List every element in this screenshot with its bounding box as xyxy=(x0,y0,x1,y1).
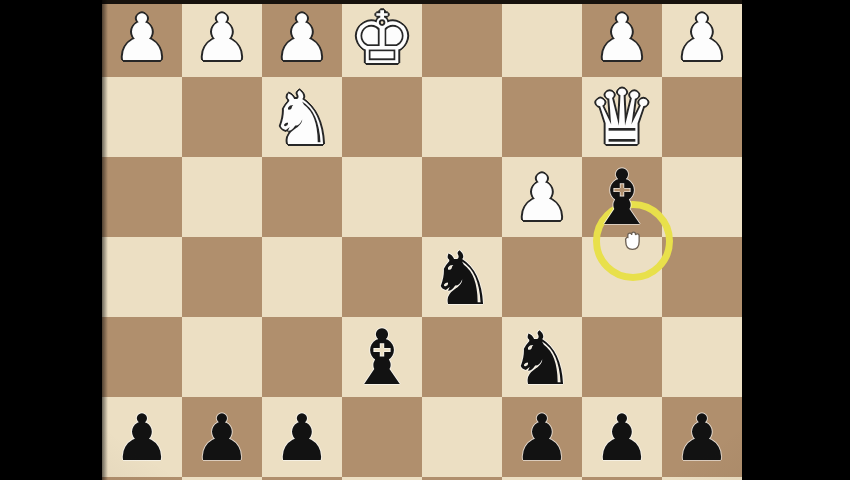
square-h2[interactable]: ♟ xyxy=(102,0,182,77)
square-c2[interactable] xyxy=(502,0,582,77)
piece-black-bishop-b4[interactable]: ♝ xyxy=(588,160,656,236)
chess-board[interactable]: ♟♟♟♚♟♟♞♛♟♝♞♝♞♟♟♟♟♟♟ xyxy=(102,0,742,480)
square-c4[interactable]: ♟ xyxy=(502,157,582,237)
piece-white-pawn-f2[interactable]: ♟ xyxy=(273,6,330,70)
piece-black-pawn-h7[interactable]: ♟ xyxy=(113,406,170,470)
square-b7[interactable]: ♟ xyxy=(582,397,662,477)
square-e3[interactable] xyxy=(342,77,422,157)
piece-white-queen-b3[interactable]: ♛ xyxy=(588,80,656,156)
square-d2[interactable] xyxy=(422,0,502,77)
square-e6[interactable]: ♝ xyxy=(342,317,422,397)
piece-white-pawn-h2[interactable]: ♟ xyxy=(113,6,170,70)
square-e7[interactable] xyxy=(342,397,422,477)
square-d5[interactable]: ♞ xyxy=(422,237,502,317)
square-g4[interactable] xyxy=(182,157,262,237)
square-h4[interactable] xyxy=(102,157,182,237)
square-b6[interactable] xyxy=(582,317,662,397)
piece-white-pawn-a2[interactable]: ♟ xyxy=(673,6,730,70)
square-a5[interactable] xyxy=(662,237,742,317)
square-h7[interactable]: ♟ xyxy=(102,397,182,477)
square-g6[interactable] xyxy=(182,317,262,397)
piece-white-pawn-c4[interactable]: ♟ xyxy=(513,166,570,230)
square-h3[interactable] xyxy=(102,77,182,157)
square-e5[interactable] xyxy=(342,237,422,317)
square-f7[interactable]: ♟ xyxy=(262,397,342,477)
square-g7[interactable]: ♟ xyxy=(182,397,262,477)
square-a7[interactable]: ♟ xyxy=(662,397,742,477)
piece-black-bishop-e6[interactable]: ♝ xyxy=(348,320,416,396)
square-a6[interactable] xyxy=(662,317,742,397)
square-b3[interactable]: ♛ xyxy=(582,77,662,157)
piece-black-knight-d5[interactable]: ♞ xyxy=(429,241,495,315)
square-c5[interactable] xyxy=(502,237,582,317)
piece-white-pawn-g2[interactable]: ♟ xyxy=(193,6,250,70)
square-f4[interactable] xyxy=(262,157,342,237)
letterbox-right xyxy=(742,0,850,480)
top-border-line xyxy=(102,0,742,4)
board-left-edge-shade xyxy=(102,0,108,480)
piece-black-pawn-b7[interactable]: ♟ xyxy=(593,406,650,470)
piece-black-pawn-a7[interactable]: ♟ xyxy=(673,406,730,470)
square-g3[interactable] xyxy=(182,77,262,157)
piece-black-pawn-c7[interactable]: ♟ xyxy=(513,406,570,470)
square-b4[interactable]: ♝ xyxy=(582,157,662,237)
square-g5[interactable] xyxy=(182,237,262,317)
square-f2[interactable]: ♟ xyxy=(262,0,342,77)
square-d4[interactable] xyxy=(422,157,502,237)
square-f5[interactable] xyxy=(262,237,342,317)
square-c6[interactable]: ♞ xyxy=(502,317,582,397)
square-c7[interactable]: ♟ xyxy=(502,397,582,477)
grab-hand-cursor-icon xyxy=(622,227,644,254)
video-frame: ♟♟♟♚♟♟♞♛♟♝♞♝♞♟♟♟♟♟♟ xyxy=(0,0,850,480)
square-d6[interactable] xyxy=(422,317,502,397)
piece-white-king-e2[interactable]: ♚ xyxy=(350,2,415,74)
square-e2[interactable]: ♚ xyxy=(342,0,422,77)
square-f6[interactable] xyxy=(262,317,342,397)
square-g2[interactable]: ♟ xyxy=(182,0,262,77)
square-h6[interactable] xyxy=(102,317,182,397)
square-e4[interactable] xyxy=(342,157,422,237)
square-c3[interactable] xyxy=(502,77,582,157)
square-a4[interactable] xyxy=(662,157,742,237)
square-b2[interactable]: ♟ xyxy=(582,0,662,77)
letterbox-left xyxy=(0,0,102,480)
square-h5[interactable] xyxy=(102,237,182,317)
piece-black-pawn-g7[interactable]: ♟ xyxy=(193,406,250,470)
square-d3[interactable] xyxy=(422,77,502,157)
square-f3[interactable]: ♞ xyxy=(262,77,342,157)
piece-white-knight-f3[interactable]: ♞ xyxy=(269,81,335,155)
piece-black-pawn-f7[interactable]: ♟ xyxy=(273,406,330,470)
square-a3[interactable] xyxy=(662,77,742,157)
piece-black-knight-c6[interactable]: ♞ xyxy=(509,321,575,395)
piece-white-pawn-b2[interactable]: ♟ xyxy=(593,6,650,70)
square-a2[interactable]: ♟ xyxy=(662,0,742,77)
square-d7[interactable] xyxy=(422,397,502,477)
